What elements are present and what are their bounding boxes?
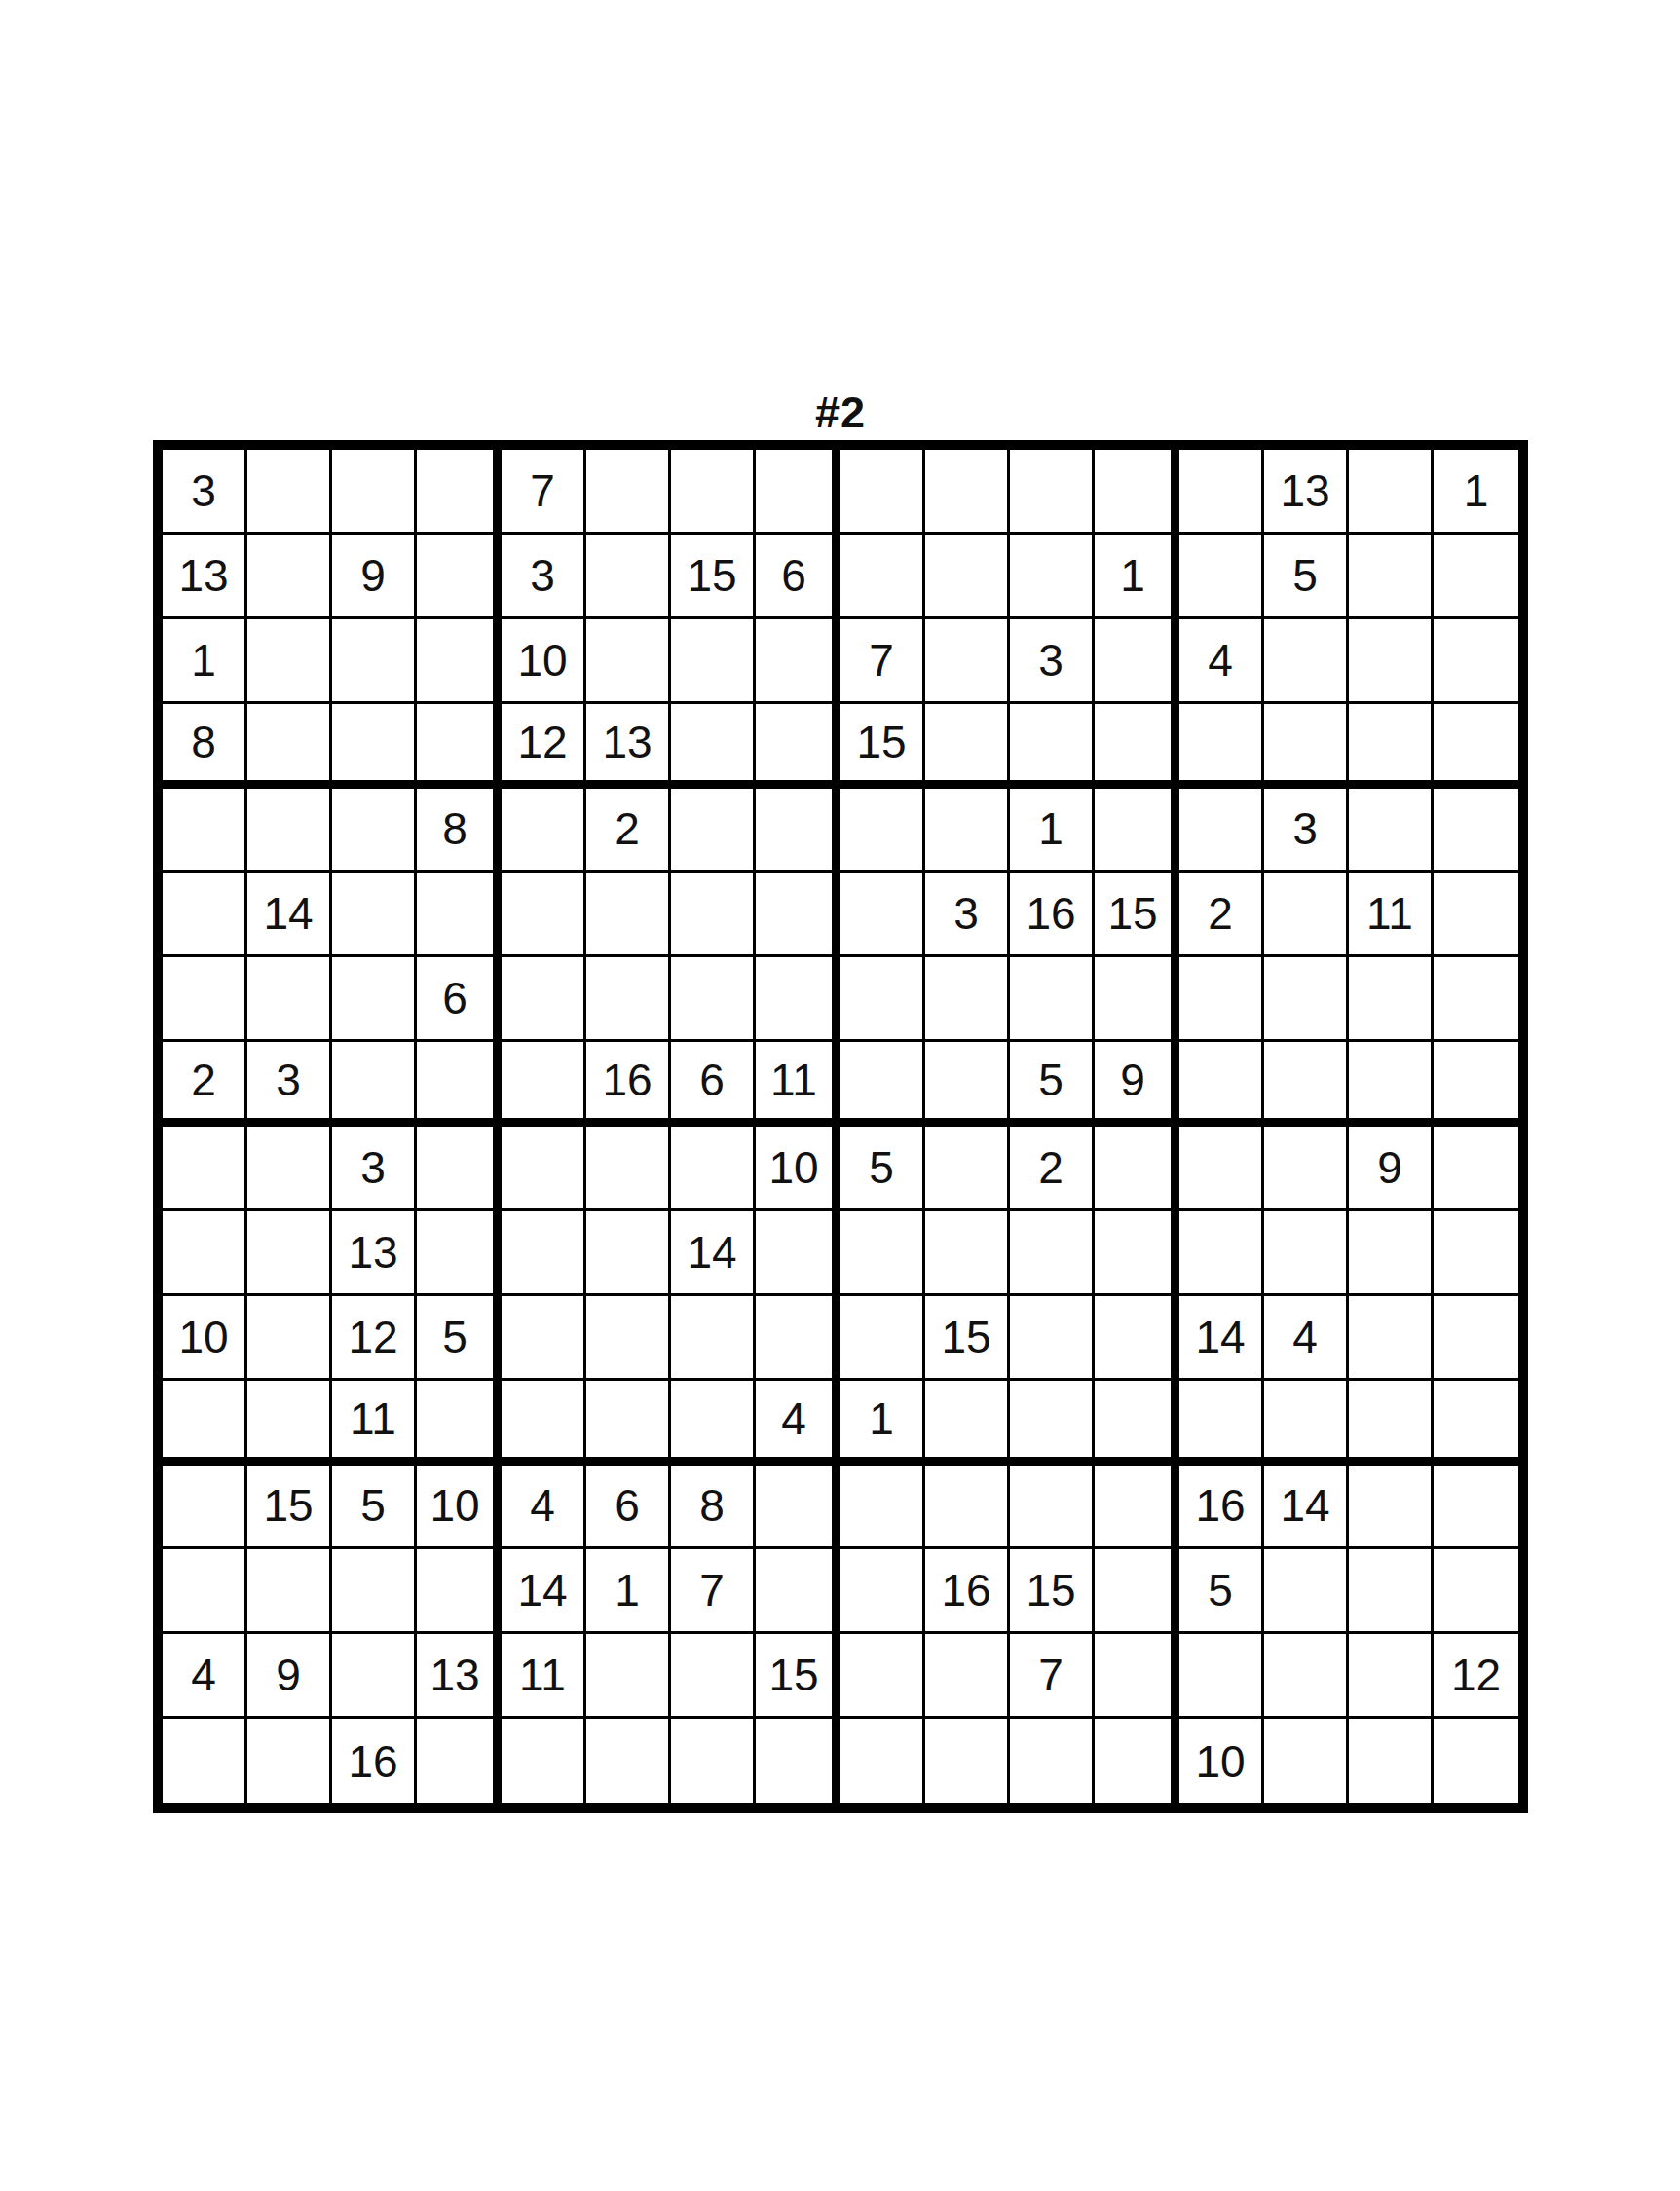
cell-r13c13: 16 (1179, 1466, 1264, 1550)
cell-r15c10[interactable] (925, 1634, 1010, 1719)
cell-r10c11[interactable] (1010, 1211, 1095, 1296)
cell-r10c14[interactable] (1264, 1211, 1349, 1296)
cell-r5c7[interactable] (671, 789, 756, 873)
cell-r7c10[interactable] (925, 957, 1010, 1042)
cell-r16c7[interactable] (671, 1719, 756, 1803)
cell-r14c4[interactable] (417, 1549, 502, 1634)
cell-r4c1: 8 (163, 704, 247, 789)
cell-r11c2[interactable] (247, 1296, 332, 1381)
cell-r13c2: 15 (247, 1466, 332, 1550)
cell-r3c8[interactable] (756, 619, 840, 704)
cell-r9c8: 10 (756, 1127, 840, 1211)
cell-r6c7[interactable] (671, 873, 756, 957)
cell-r9c9: 5 (840, 1127, 925, 1211)
cell-r2c8: 6 (756, 535, 840, 619)
cell-r1c10[interactable] (925, 450, 1010, 535)
cell-r15c4: 13 (417, 1634, 502, 1719)
cell-r2c1: 13 (163, 535, 247, 619)
cell-r4c16[interactable] (1434, 704, 1518, 789)
cell-r4c15[interactable] (1349, 704, 1434, 789)
cell-r3c5: 10 (502, 619, 586, 704)
cell-r4c12[interactable] (1095, 704, 1179, 789)
cell-r4c4[interactable] (417, 704, 502, 789)
cell-r11c13: 14 (1179, 1296, 1264, 1381)
cell-r5c8[interactable] (756, 789, 840, 873)
cell-r9c14[interactable] (1264, 1127, 1349, 1211)
cell-r14c8[interactable] (756, 1549, 840, 1634)
cell-r7c3[interactable] (332, 957, 417, 1042)
cell-r11c15[interactable] (1349, 1296, 1434, 1381)
cell-r10c7: 14 (671, 1211, 756, 1296)
cell-r16c3: 16 (332, 1719, 417, 1803)
cell-r5c16[interactable] (1434, 789, 1518, 873)
cell-r8c11: 5 (1010, 1042, 1095, 1127)
cell-r2c10[interactable] (925, 535, 1010, 619)
cell-r3c15[interactable] (1349, 619, 1434, 704)
cell-r2c15[interactable] (1349, 535, 1434, 619)
cell-r1c12[interactable] (1095, 450, 1179, 535)
cell-r10c6[interactable] (586, 1211, 671, 1296)
cell-r9c1[interactable] (163, 1127, 247, 1211)
cell-r6c16[interactable] (1434, 873, 1518, 957)
cell-r6c15: 11 (1349, 873, 1434, 957)
cell-r16c13: 10 (1179, 1719, 1264, 1803)
cell-r9c6[interactable] (586, 1127, 671, 1211)
cell-r15c7[interactable] (671, 1634, 756, 1719)
cell-r5c4: 8 (417, 789, 502, 873)
cell-r2c5: 3 (502, 535, 586, 619)
cell-r8c2: 3 (247, 1042, 332, 1127)
cell-r14c13: 5 (1179, 1549, 1264, 1634)
cell-r11c10: 15 (925, 1296, 1010, 1381)
cell-r6c9[interactable] (840, 873, 925, 957)
cell-r1c9[interactable] (840, 450, 925, 535)
cell-r5c12[interactable] (1095, 789, 1179, 873)
cell-r11c11[interactable] (1010, 1296, 1095, 1381)
cell-r12c6[interactable] (586, 1381, 671, 1466)
cell-r8c16[interactable] (1434, 1042, 1518, 1127)
cell-r3c12[interactable] (1095, 619, 1179, 704)
cell-r3c4[interactable] (417, 619, 502, 704)
cell-r12c9: 1 (840, 1381, 925, 1466)
cell-r10c4[interactable] (417, 1211, 502, 1296)
cell-r5c15[interactable] (1349, 789, 1434, 873)
cell-r7c1[interactable] (163, 957, 247, 1042)
cell-r14c15[interactable] (1349, 1549, 1434, 1634)
cell-r8c14[interactable] (1264, 1042, 1349, 1127)
cell-r2c9[interactable] (840, 535, 925, 619)
cell-r3c14[interactable] (1264, 619, 1349, 704)
cell-r8c6: 16 (586, 1042, 671, 1127)
cell-r6c5[interactable] (502, 873, 586, 957)
cell-r5c2[interactable] (247, 789, 332, 873)
cell-r3c6[interactable] (586, 619, 671, 704)
cell-r1c2[interactable] (247, 450, 332, 535)
cell-r1c14: 13 (1264, 450, 1349, 535)
cell-r16c14[interactable] (1264, 1719, 1349, 1803)
cell-r13c16[interactable] (1434, 1466, 1518, 1550)
cell-r11c5[interactable] (502, 1296, 586, 1381)
cell-r5c13[interactable] (1179, 789, 1264, 873)
cell-r12c15[interactable] (1349, 1381, 1434, 1466)
cell-r11c14: 4 (1264, 1296, 1349, 1381)
cell-r14c14[interactable] (1264, 1549, 1349, 1634)
cell-r14c12[interactable] (1095, 1549, 1179, 1634)
cell-r1c16: 1 (1434, 450, 1518, 535)
cell-r13c7: 8 (671, 1466, 756, 1550)
cell-r14c9[interactable] (840, 1549, 925, 1634)
cell-r4c10[interactable] (925, 704, 1010, 789)
cell-r9c13[interactable] (1179, 1127, 1264, 1211)
cell-r14c1[interactable] (163, 1549, 247, 1634)
cell-r6c2: 14 (247, 873, 332, 957)
cell-r9c10[interactable] (925, 1127, 1010, 1211)
cell-r2c14: 5 (1264, 535, 1349, 619)
cell-r6c10: 3 (925, 873, 1010, 957)
cell-r4c6: 13 (586, 704, 671, 789)
cell-r9c15: 9 (1349, 1127, 1434, 1211)
cell-r7c9[interactable] (840, 957, 925, 1042)
cell-r11c4: 5 (417, 1296, 502, 1381)
cell-r3c11: 3 (1010, 619, 1095, 704)
cell-r16c5[interactable] (502, 1719, 586, 1803)
cell-r5c3[interactable] (332, 789, 417, 873)
cell-r13c10[interactable] (925, 1466, 1010, 1550)
cell-r11c7[interactable] (671, 1296, 756, 1381)
cell-r13c3: 5 (332, 1466, 417, 1550)
cell-r1c5: 7 (502, 450, 586, 535)
cell-r3c16[interactable] (1434, 619, 1518, 704)
puzzle-page: #2 3713113931561511073481213158213143161… (0, 0, 1680, 2191)
cell-r13c8[interactable] (756, 1466, 840, 1550)
cell-r16c16[interactable] (1434, 1719, 1518, 1803)
cell-r8c12: 9 (1095, 1042, 1179, 1127)
cell-r9c5[interactable] (502, 1127, 586, 1211)
cell-r13c1[interactable] (163, 1466, 247, 1550)
cell-r9c11: 2 (1010, 1127, 1095, 1211)
cell-r6c13: 2 (1179, 873, 1264, 957)
cell-r4c9: 15 (840, 704, 925, 789)
cell-r4c14[interactable] (1264, 704, 1349, 789)
cell-r14c10: 16 (925, 1549, 1010, 1634)
cell-r12c7[interactable] (671, 1381, 756, 1466)
cell-r2c3: 9 (332, 535, 417, 619)
cell-r1c1: 3 (163, 450, 247, 535)
cell-r12c13[interactable] (1179, 1381, 1264, 1466)
cell-r15c16: 12 (1434, 1634, 1518, 1719)
cell-r5c9[interactable] (840, 789, 925, 873)
cell-r7c2[interactable] (247, 957, 332, 1042)
cell-r11c9[interactable] (840, 1296, 925, 1381)
cell-r9c4[interactable] (417, 1127, 502, 1211)
cell-r2c12: 1 (1095, 535, 1179, 619)
cell-r3c9: 7 (840, 619, 925, 704)
cell-r3c2[interactable] (247, 619, 332, 704)
cell-r1c4[interactable] (417, 450, 502, 535)
cell-r5c1[interactable] (163, 789, 247, 873)
cell-r15c12[interactable] (1095, 1634, 1179, 1719)
puzzle-title: #2 (153, 388, 1528, 438)
cell-r12c1[interactable] (163, 1381, 247, 1466)
cell-r13c5: 4 (502, 1466, 586, 1550)
cell-r13c9[interactable] (840, 1466, 925, 1550)
cell-r10c1[interactable] (163, 1211, 247, 1296)
cell-r5c6: 2 (586, 789, 671, 873)
cell-r2c4[interactable] (417, 535, 502, 619)
cell-r8c15[interactable] (1349, 1042, 1434, 1127)
cell-r7c8[interactable] (756, 957, 840, 1042)
cell-r5c5[interactable] (502, 789, 586, 873)
cell-r7c14[interactable] (1264, 957, 1349, 1042)
cell-r12c10[interactable] (925, 1381, 1010, 1466)
cell-r2c2[interactable] (247, 535, 332, 619)
cell-r1c7[interactable] (671, 450, 756, 535)
cell-r8c1: 2 (163, 1042, 247, 1127)
cell-r7c5[interactable] (502, 957, 586, 1042)
cell-r16c8[interactable] (756, 1719, 840, 1803)
cell-r4c13[interactable] (1179, 704, 1264, 789)
cell-r16c10[interactable] (925, 1719, 1010, 1803)
cell-r5c10[interactable] (925, 789, 1010, 873)
cell-r7c11[interactable] (1010, 957, 1095, 1042)
cell-r8c7: 6 (671, 1042, 756, 1127)
cell-r8c9[interactable] (840, 1042, 925, 1127)
cell-r15c1: 4 (163, 1634, 247, 1719)
cell-r11c1: 10 (163, 1296, 247, 1381)
cell-r8c8: 11 (756, 1042, 840, 1127)
cell-r11c3: 12 (332, 1296, 417, 1381)
cell-r1c11[interactable] (1010, 450, 1095, 535)
cell-r12c8: 4 (756, 1381, 840, 1466)
cell-r7c4: 6 (417, 957, 502, 1042)
cell-r8c3[interactable] (332, 1042, 417, 1127)
cell-r13c15[interactable] (1349, 1466, 1434, 1550)
cell-r4c11[interactable] (1010, 704, 1095, 789)
cell-r9c7[interactable] (671, 1127, 756, 1211)
cell-r16c4[interactable] (417, 1719, 502, 1803)
cell-r14c3[interactable] (332, 1549, 417, 1634)
cell-r14c6: 1 (586, 1549, 671, 1634)
cell-r14c2[interactable] (247, 1549, 332, 1634)
cell-r1c6[interactable] (586, 450, 671, 535)
cell-r10c9[interactable] (840, 1211, 925, 1296)
cell-r14c5: 14 (502, 1549, 586, 1634)
cell-r3c1: 1 (163, 619, 247, 704)
cell-r4c3[interactable] (332, 704, 417, 789)
cell-r15c2: 9 (247, 1634, 332, 1719)
cell-r12c3: 11 (332, 1381, 417, 1466)
cell-r3c3[interactable] (332, 619, 417, 704)
cell-r10c12[interactable] (1095, 1211, 1179, 1296)
cell-r16c11[interactable] (1010, 1719, 1095, 1803)
cell-r11c8[interactable] (756, 1296, 840, 1381)
cell-r6c12: 15 (1095, 873, 1179, 957)
cell-r2c13[interactable] (1179, 535, 1264, 619)
cell-r9c12[interactable] (1095, 1127, 1179, 1211)
cell-r12c4[interactable] (417, 1381, 502, 1466)
cell-r16c1[interactable] (163, 1719, 247, 1803)
cell-r15c13[interactable] (1179, 1634, 1264, 1719)
cell-r15c15[interactable] (1349, 1634, 1434, 1719)
cell-r4c5: 12 (502, 704, 586, 789)
cell-r11c16[interactable] (1434, 1296, 1518, 1381)
cell-r2c16[interactable] (1434, 535, 1518, 619)
cell-r14c11: 15 (1010, 1549, 1095, 1634)
cell-r4c8[interactable] (756, 704, 840, 789)
cell-r8c4[interactable] (417, 1042, 502, 1127)
cell-r12c16[interactable] (1434, 1381, 1518, 1466)
cell-r7c16[interactable] (1434, 957, 1518, 1042)
cell-r7c13[interactable] (1179, 957, 1264, 1042)
cell-r6c3[interactable] (332, 873, 417, 957)
cell-r3c13: 4 (1179, 619, 1264, 704)
cell-r11c6[interactable] (586, 1296, 671, 1381)
cell-r10c15[interactable] (1349, 1211, 1434, 1296)
cell-r6c14[interactable] (1264, 873, 1349, 957)
cell-r7c7[interactable] (671, 957, 756, 1042)
cell-r12c11[interactable] (1010, 1381, 1095, 1466)
cell-r1c15[interactable] (1349, 450, 1434, 535)
cell-r10c13[interactable] (1179, 1211, 1264, 1296)
cell-r10c5[interactable] (502, 1211, 586, 1296)
cell-r10c10[interactable] (925, 1211, 1010, 1296)
board: 3713113931561511073481213158213143161521… (153, 440, 1528, 1813)
cell-r15c5: 11 (502, 1634, 586, 1719)
cell-r15c8: 15 (756, 1634, 840, 1719)
cell-r10c8[interactable] (756, 1211, 840, 1296)
cell-r3c7[interactable] (671, 619, 756, 704)
cell-r13c4: 10 (417, 1466, 502, 1550)
cell-r11c12[interactable] (1095, 1296, 1179, 1381)
cell-r15c14[interactable] (1264, 1634, 1349, 1719)
cell-r7c6[interactable] (586, 957, 671, 1042)
cell-r6c8[interactable] (756, 873, 840, 957)
cell-r16c6[interactable] (586, 1719, 671, 1803)
cell-r16c15[interactable] (1349, 1719, 1434, 1803)
cell-r12c5[interactable] (502, 1381, 586, 1466)
cell-r12c2[interactable] (247, 1381, 332, 1466)
cell-r9c3: 3 (332, 1127, 417, 1211)
cell-r2c7: 15 (671, 535, 756, 619)
cell-r4c2[interactable] (247, 704, 332, 789)
cell-r2c6[interactable] (586, 535, 671, 619)
cell-r1c3[interactable] (332, 450, 417, 535)
cell-r1c8[interactable] (756, 450, 840, 535)
cell-r7c12[interactable] (1095, 957, 1179, 1042)
cell-r10c3: 13 (332, 1211, 417, 1296)
cell-r13c14: 14 (1264, 1466, 1349, 1550)
cell-r13c6: 6 (586, 1466, 671, 1550)
cell-r4c7[interactable] (671, 704, 756, 789)
cell-r6c1[interactable] (163, 873, 247, 957)
cell-r5c14: 3 (1264, 789, 1349, 873)
cell-r1c13[interactable] (1179, 450, 1264, 535)
cell-r8c5[interactable] (502, 1042, 586, 1127)
cell-r5c11: 1 (1010, 789, 1095, 873)
cell-r14c16[interactable] (1434, 1549, 1518, 1634)
cell-r15c9[interactable] (840, 1634, 925, 1719)
cell-r16c2[interactable] (247, 1719, 332, 1803)
cell-r6c6[interactable] (586, 873, 671, 957)
cell-r13c12[interactable] (1095, 1466, 1179, 1550)
cell-r6c11: 16 (1010, 873, 1095, 957)
cell-r15c6[interactable] (586, 1634, 671, 1719)
cell-r12c14[interactable] (1264, 1381, 1349, 1466)
cell-r15c11: 7 (1010, 1634, 1095, 1719)
cell-r9c2[interactable] (247, 1127, 332, 1211)
cell-r10c16[interactable] (1434, 1211, 1518, 1296)
cell-r3c10[interactable] (925, 619, 1010, 704)
cell-r8c10[interactable] (925, 1042, 1010, 1127)
cell-r16c12[interactable] (1095, 1719, 1179, 1803)
cell-r9c16[interactable] (1434, 1127, 1518, 1211)
cell-r8c13[interactable] (1179, 1042, 1264, 1127)
cell-r14c7: 7 (671, 1549, 756, 1634)
cell-r2c11[interactable] (1010, 535, 1095, 619)
cell-r13c11[interactable] (1010, 1466, 1095, 1550)
cell-r12c12[interactable] (1095, 1381, 1179, 1466)
cell-r10c2[interactable] (247, 1211, 332, 1296)
cell-r16c9[interactable] (840, 1719, 925, 1803)
cell-r15c3[interactable] (332, 1634, 417, 1719)
cell-r6c4[interactable] (417, 873, 502, 957)
cell-r7c15[interactable] (1349, 957, 1434, 1042)
